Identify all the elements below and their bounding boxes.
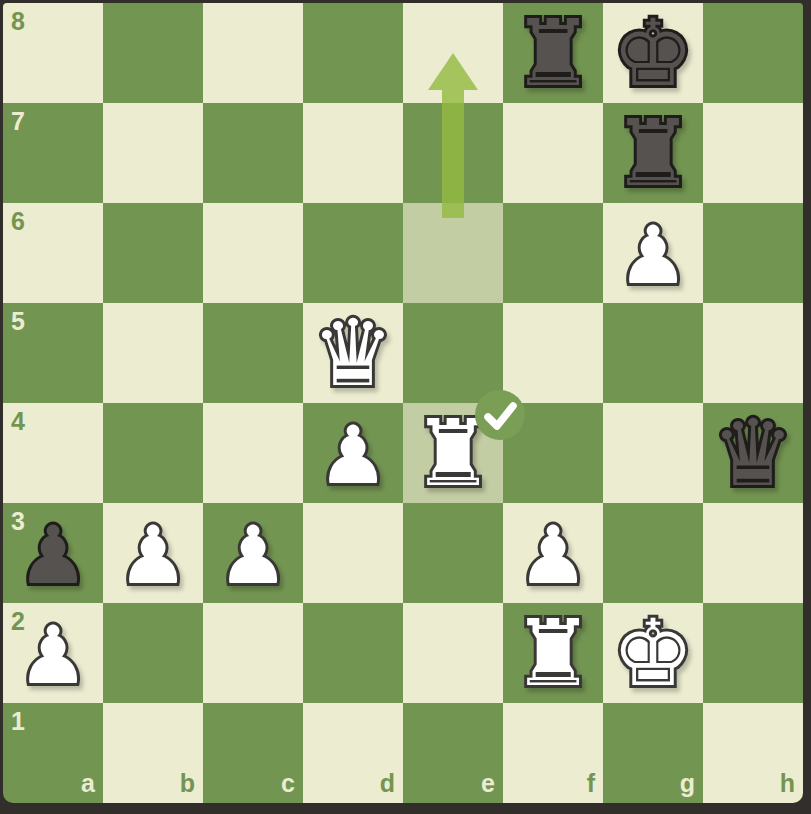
square-d5[interactable] [303,303,403,403]
square-a8[interactable]: 8 [3,3,103,103]
black-rook-g7[interactable] [603,103,703,203]
square-f3[interactable] [503,503,603,603]
black-rook-f8[interactable] [503,3,603,103]
rank-label-6: 6 [11,209,25,234]
square-d3[interactable] [303,503,403,603]
square-g2[interactable] [603,603,703,703]
square-e1[interactable]: e [403,703,503,803]
square-c7[interactable] [203,103,303,203]
file-label-e: e [481,771,495,796]
white-pawn-b3[interactable] [103,503,203,603]
white-pawn-a2[interactable] [3,603,103,703]
square-g6[interactable] [603,203,703,303]
square-b6[interactable] [103,203,203,303]
square-h3[interactable] [703,503,803,603]
square-f6[interactable] [503,203,603,303]
square-d4[interactable] [303,403,403,503]
file-label-b: b [180,771,195,796]
rank-label-7: 7 [11,109,25,134]
square-d8[interactable] [303,3,403,103]
white-rook-f2[interactable] [503,603,603,703]
square-b1[interactable]: b [103,703,203,803]
rank-label-4: 4 [11,409,25,434]
square-b8[interactable] [103,3,203,103]
square-c4[interactable] [203,403,303,503]
square-a6[interactable]: 6 [3,203,103,303]
square-h1[interactable]: h [703,703,803,803]
square-c3[interactable] [203,503,303,603]
file-label-a: a [81,771,95,796]
square-a1[interactable]: 1a [3,703,103,803]
black-pawn-a3[interactable] [3,503,103,603]
square-c5[interactable] [203,303,303,403]
square-c1[interactable]: c [203,703,303,803]
white-queen-d5[interactable] [303,303,403,403]
square-d7[interactable] [303,103,403,203]
square-h6[interactable] [703,203,803,303]
white-pawn-f3[interactable] [503,503,603,603]
square-g3[interactable] [603,503,703,603]
square-f2[interactable] [503,603,603,703]
square-b2[interactable] [103,603,203,703]
square-f8[interactable] [503,3,603,103]
file-label-c: c [281,771,295,796]
file-label-g: g [680,771,695,796]
square-c6[interactable] [203,203,303,303]
square-g1[interactable]: g [603,703,703,803]
white-king-g2[interactable] [603,603,703,703]
square-d1[interactable]: d [303,703,403,803]
square-f1[interactable]: f [503,703,603,803]
file-label-h: h [780,771,795,796]
white-pawn-c3[interactable] [203,503,303,603]
rank-label-5: 5 [11,309,25,334]
square-g8[interactable] [603,3,703,103]
square-a2[interactable]: 2 [3,603,103,703]
file-label-f: f [587,771,595,796]
square-c8[interactable] [203,3,303,103]
square-g7[interactable] [603,103,703,203]
chess-board: 87654321abcdefgh [3,3,803,803]
rank-label-8: 8 [11,9,25,34]
square-b5[interactable] [103,303,203,403]
square-g4[interactable] [603,403,703,503]
rank-label-1: 1 [11,709,25,734]
square-a3[interactable]: 3 [3,503,103,603]
square-a7[interactable]: 7 [3,103,103,203]
square-f5[interactable] [503,303,603,403]
square-a4[interactable]: 4 [3,403,103,503]
square-d6[interactable] [303,203,403,303]
square-e8[interactable] [403,3,503,103]
square-h8[interactable] [703,3,803,103]
square-h5[interactable] [703,303,803,403]
square-e2[interactable] [403,603,503,703]
square-e4[interactable] [403,403,503,503]
file-label-d: d [380,771,395,796]
white-rook-e4[interactable] [403,403,503,503]
square-h2[interactable] [703,603,803,703]
square-a5[interactable]: 5 [3,303,103,403]
square-b4[interactable] [103,403,203,503]
square-d2[interactable] [303,603,403,703]
black-king-g8[interactable] [603,3,703,103]
white-pawn-d4[interactable] [303,403,403,503]
square-b7[interactable] [103,103,203,203]
square-e6[interactable] [403,203,503,303]
square-e5[interactable] [403,303,503,403]
square-h7[interactable] [703,103,803,203]
app-background: { "game": "chess", "position": { "fen": … [0,0,811,814]
square-e3[interactable] [403,503,503,603]
square-f7[interactable] [503,103,603,203]
square-f4[interactable] [503,403,603,503]
square-h4[interactable] [703,403,803,503]
square-c2[interactable] [203,603,303,703]
square-e7[interactable] [403,103,503,203]
square-b3[interactable] [103,503,203,603]
white-pawn-g6[interactable] [603,203,703,303]
black-queen-h4[interactable] [703,403,803,503]
square-g5[interactable] [603,303,703,403]
